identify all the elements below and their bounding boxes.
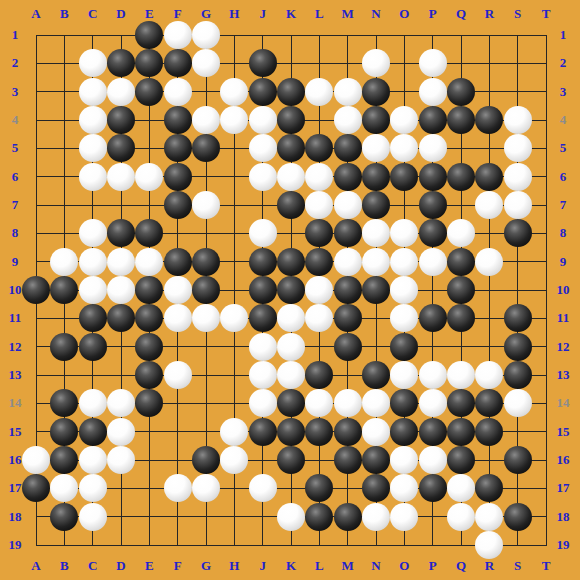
stone-white-P2 (419, 49, 447, 77)
stone-black-S18 (504, 503, 532, 531)
stone-white-D9 (107, 248, 135, 276)
coordinate-label-bottom-K: K (286, 559, 296, 573)
coordinate-label-left-4: 4 (12, 113, 19, 127)
stone-white-L6 (305, 163, 333, 191)
coordinate-label-bottom-G: G (201, 559, 211, 573)
stone-black-R17 (475, 474, 503, 502)
coordinate-label-right-16: 16 (557, 453, 570, 467)
coordinate-label-bottom-L: L (315, 559, 324, 573)
stone-white-A16 (22, 446, 50, 474)
stone-white-N5 (362, 134, 390, 162)
stone-black-E1 (135, 21, 163, 49)
stone-black-G16 (192, 446, 220, 474)
stone-white-C5 (79, 134, 107, 162)
stone-black-R6 (475, 163, 503, 191)
stone-black-A17 (22, 474, 50, 502)
stone-black-J15 (249, 418, 277, 446)
stone-white-G4 (192, 106, 220, 134)
stone-white-J8 (249, 219, 277, 247)
stone-white-N8 (362, 219, 390, 247)
stone-black-L8 (305, 219, 333, 247)
stone-white-P9 (419, 248, 447, 276)
stone-black-E3 (135, 78, 163, 106)
stone-white-N18 (362, 503, 390, 531)
stone-black-B12 (50, 333, 78, 361)
stone-black-K14 (277, 389, 305, 417)
coordinate-label-top-S: S (514, 7, 521, 21)
stone-white-K11 (277, 304, 305, 332)
stone-black-B15 (50, 418, 78, 446)
stone-white-H3 (220, 78, 248, 106)
stone-black-K9 (277, 248, 305, 276)
stone-white-O18 (390, 503, 418, 531)
stone-black-M15 (334, 418, 362, 446)
coordinate-label-left-3: 3 (12, 85, 19, 99)
stone-black-P15 (419, 418, 447, 446)
stone-black-J3 (249, 78, 277, 106)
stone-black-N17 (362, 474, 390, 502)
coordinate-label-bottom-P: P (429, 559, 437, 573)
stone-black-G10 (192, 276, 220, 304)
stone-white-Q8 (447, 219, 475, 247)
coordinate-label-left-19: 19 (9, 538, 22, 552)
stone-white-D14 (107, 389, 135, 417)
stone-white-O5 (390, 134, 418, 162)
stone-white-C10 (79, 276, 107, 304)
stone-black-S16 (504, 446, 532, 474)
stone-black-M11 (334, 304, 362, 332)
stone-white-J13 (249, 361, 277, 389)
stone-white-C6 (79, 163, 107, 191)
stone-black-F5 (164, 134, 192, 162)
stone-black-G9 (192, 248, 220, 276)
coordinate-label-left-1: 1 (12, 28, 19, 42)
stone-white-K6 (277, 163, 305, 191)
stone-black-E11 (135, 304, 163, 332)
coordinate-label-right-6: 6 (560, 170, 567, 184)
stone-white-J5 (249, 134, 277, 162)
coordinate-label-bottom-T: T (542, 559, 551, 573)
stone-black-F7 (164, 191, 192, 219)
coordinate-label-right-14: 14 (557, 396, 570, 410)
stone-black-L18 (305, 503, 333, 531)
stone-white-N14 (362, 389, 390, 417)
stone-black-B16 (50, 446, 78, 474)
coordinate-label-bottom-A: A (31, 559, 40, 573)
stone-black-L17 (305, 474, 333, 502)
stone-black-F6 (164, 163, 192, 191)
coordinate-label-left-10: 10 (9, 283, 22, 297)
go-game-screen: AABBCCDDEEFFGGHHJJKKLLMMNNOOPPQQRRSSTT11… (0, 0, 580, 580)
stone-white-R19 (475, 531, 503, 559)
stone-black-P4 (419, 106, 447, 134)
stone-white-G2 (192, 49, 220, 77)
stone-black-D11 (107, 304, 135, 332)
stone-white-F11 (164, 304, 192, 332)
coordinate-label-top-K: K (286, 7, 296, 21)
stone-white-D10 (107, 276, 135, 304)
coordinate-label-right-15: 15 (557, 425, 570, 439)
stone-white-O11 (390, 304, 418, 332)
coordinate-label-top-M: M (342, 7, 354, 21)
stone-black-M18 (334, 503, 362, 531)
stone-white-J4 (249, 106, 277, 134)
stone-black-E2 (135, 49, 163, 77)
stone-white-C8 (79, 219, 107, 247)
coordinate-label-right-9: 9 (560, 255, 567, 269)
coordinate-label-top-T: T (542, 7, 551, 21)
stone-black-P6 (419, 163, 447, 191)
coordinate-label-left-18: 18 (9, 510, 22, 524)
coordinate-label-top-L: L (315, 7, 324, 21)
stone-white-C3 (79, 78, 107, 106)
stone-white-H11 (220, 304, 248, 332)
stone-white-J14 (249, 389, 277, 417)
stone-white-O17 (390, 474, 418, 502)
stone-black-S12 (504, 333, 532, 361)
stone-white-M14 (334, 389, 362, 417)
stone-white-H4 (220, 106, 248, 134)
stone-white-K18 (277, 503, 305, 531)
stone-black-K10 (277, 276, 305, 304)
stone-white-C9 (79, 248, 107, 276)
stone-white-R13 (475, 361, 503, 389)
stone-white-P5 (419, 134, 447, 162)
stone-black-O6 (390, 163, 418, 191)
stone-white-H15 (220, 418, 248, 446)
stone-white-O13 (390, 361, 418, 389)
stone-black-M6 (334, 163, 362, 191)
coordinate-label-right-5: 5 (560, 141, 567, 155)
stone-white-J6 (249, 163, 277, 191)
coordinate-label-top-J: J (259, 7, 266, 21)
stone-black-R14 (475, 389, 503, 417)
coordinate-label-right-11: 11 (557, 311, 569, 325)
coordinate-label-right-2: 2 (560, 56, 567, 70)
stone-black-Q11 (447, 304, 475, 332)
stone-white-N15 (362, 418, 390, 446)
grid-line-horizontal-1 (36, 35, 547, 36)
stone-white-S7 (504, 191, 532, 219)
stone-white-C4 (79, 106, 107, 134)
coordinate-label-bottom-D: D (116, 559, 125, 573)
coordinate-label-bottom-H: H (229, 559, 239, 573)
grid-line-vertical-T (546, 35, 547, 546)
stone-black-K16 (277, 446, 305, 474)
stone-white-R7 (475, 191, 503, 219)
stone-black-S8 (504, 219, 532, 247)
stone-white-F3 (164, 78, 192, 106)
stone-black-Q4 (447, 106, 475, 134)
stone-black-N6 (362, 163, 390, 191)
coordinate-label-left-11: 11 (9, 311, 21, 325)
stone-white-D6 (107, 163, 135, 191)
stone-black-P17 (419, 474, 447, 502)
stone-white-Q17 (447, 474, 475, 502)
stone-white-F1 (164, 21, 192, 49)
stone-black-S13 (504, 361, 532, 389)
go-board[interactable]: AABBCCDDEEFFGGHHJJKKLLMMNNOOPPQQRRSSTT11… (0, 0, 580, 580)
stone-black-L15 (305, 418, 333, 446)
stone-black-N7 (362, 191, 390, 219)
stone-white-F10 (164, 276, 192, 304)
coordinate-label-top-H: H (229, 7, 239, 21)
stone-white-D3 (107, 78, 135, 106)
stone-black-E8 (135, 219, 163, 247)
stone-black-J9 (249, 248, 277, 276)
coordinate-label-right-13: 13 (557, 368, 570, 382)
stone-black-B18 (50, 503, 78, 531)
stone-white-R18 (475, 503, 503, 531)
stone-black-Q10 (447, 276, 475, 304)
stone-white-L14 (305, 389, 333, 417)
stone-black-L13 (305, 361, 333, 389)
stone-white-C16 (79, 446, 107, 474)
coordinate-label-left-13: 13 (9, 368, 22, 382)
stone-black-F4 (164, 106, 192, 134)
stone-white-M7 (334, 191, 362, 219)
coordinate-label-top-Q: Q (456, 7, 466, 21)
stone-black-K7 (277, 191, 305, 219)
stone-white-Q13 (447, 361, 475, 389)
coordinate-label-left-14: 14 (9, 396, 22, 410)
stone-white-L11 (305, 304, 333, 332)
stone-white-E6 (135, 163, 163, 191)
stone-white-L7 (305, 191, 333, 219)
stone-white-S14 (504, 389, 532, 417)
coordinate-label-bottom-O: O (399, 559, 409, 573)
stone-white-E9 (135, 248, 163, 276)
stone-white-S6 (504, 163, 532, 191)
stone-white-P13 (419, 361, 447, 389)
stone-white-K12 (277, 333, 305, 361)
stone-black-M10 (334, 276, 362, 304)
stone-black-E13 (135, 361, 163, 389)
stone-black-O12 (390, 333, 418, 361)
coordinate-label-left-9: 9 (12, 255, 19, 269)
coordinate-label-top-A: A (31, 7, 40, 21)
coordinate-label-right-3: 3 (560, 85, 567, 99)
stone-white-O16 (390, 446, 418, 474)
stone-black-L5 (305, 134, 333, 162)
stone-white-G11 (192, 304, 220, 332)
coordinate-label-left-2: 2 (12, 56, 19, 70)
coordinate-label-left-7: 7 (12, 198, 19, 212)
coordinate-label-right-1: 1 (560, 28, 567, 42)
coordinate-label-left-6: 6 (12, 170, 19, 184)
stone-black-D5 (107, 134, 135, 162)
stone-black-M12 (334, 333, 362, 361)
stone-white-G17 (192, 474, 220, 502)
coordinate-label-left-8: 8 (12, 226, 19, 240)
stone-white-O10 (390, 276, 418, 304)
stone-white-Q18 (447, 503, 475, 531)
stone-black-O15 (390, 418, 418, 446)
coordinate-label-left-5: 5 (12, 141, 19, 155)
coordinate-label-top-C: C (88, 7, 97, 21)
coordinate-label-top-G: G (201, 7, 211, 21)
coordinate-label-right-12: 12 (557, 340, 570, 354)
coordinate-label-top-O: O (399, 7, 409, 21)
coordinate-label-bottom-F: F (174, 559, 182, 573)
stone-white-N2 (362, 49, 390, 77)
stone-white-H16 (220, 446, 248, 474)
stone-white-S5 (504, 134, 532, 162)
stone-black-N10 (362, 276, 390, 304)
stone-black-Q3 (447, 78, 475, 106)
coordinate-label-left-12: 12 (9, 340, 22, 354)
stone-white-G1 (192, 21, 220, 49)
stone-white-O8 (390, 219, 418, 247)
stone-black-P11 (419, 304, 447, 332)
stone-black-S11 (504, 304, 532, 332)
coordinate-label-bottom-C: C (88, 559, 97, 573)
stone-white-K13 (277, 361, 305, 389)
stone-white-P14 (419, 389, 447, 417)
stone-black-R15 (475, 418, 503, 446)
coordinate-label-top-R: R (485, 7, 494, 21)
stone-black-N16 (362, 446, 390, 474)
stone-black-N4 (362, 106, 390, 134)
stone-white-M9 (334, 248, 362, 276)
stone-black-N3 (362, 78, 390, 106)
stone-black-F9 (164, 248, 192, 276)
coordinate-label-left-17: 17 (9, 481, 22, 495)
coordinate-label-bottom-R: R (485, 559, 494, 573)
stone-white-J17 (249, 474, 277, 502)
stone-black-P7 (419, 191, 447, 219)
stone-white-N9 (362, 248, 390, 276)
coordinate-label-bottom-Q: Q (456, 559, 466, 573)
coordinate-label-right-18: 18 (557, 510, 570, 524)
coordinate-label-bottom-E: E (145, 559, 154, 573)
stone-white-O4 (390, 106, 418, 134)
stone-black-E10 (135, 276, 163, 304)
stone-black-E14 (135, 389, 163, 417)
stone-black-J11 (249, 304, 277, 332)
stone-white-C2 (79, 49, 107, 77)
coordinate-label-left-15: 15 (9, 425, 22, 439)
stone-black-Q14 (447, 389, 475, 417)
stone-white-L10 (305, 276, 333, 304)
stone-black-D2 (107, 49, 135, 77)
stone-black-K5 (277, 134, 305, 162)
stone-white-S4 (504, 106, 532, 134)
stone-white-L3 (305, 78, 333, 106)
stone-white-C17 (79, 474, 107, 502)
coordinate-label-top-N: N (371, 7, 380, 21)
coordinate-label-top-E: E (145, 7, 154, 21)
stone-black-J2 (249, 49, 277, 77)
stone-black-B14 (50, 389, 78, 417)
stone-black-R4 (475, 106, 503, 134)
stone-white-C14 (79, 389, 107, 417)
coordinate-label-bottom-M: M (342, 559, 354, 573)
coordinate-label-left-16: 16 (9, 453, 22, 467)
coordinate-label-right-19: 19 (557, 538, 570, 552)
stone-white-P16 (419, 446, 447, 474)
coordinate-label-right-8: 8 (560, 226, 567, 240)
stone-white-O9 (390, 248, 418, 276)
stone-black-B10 (50, 276, 78, 304)
stone-black-A10 (22, 276, 50, 304)
stone-white-F13 (164, 361, 192, 389)
stone-black-L9 (305, 248, 333, 276)
stone-black-M8 (334, 219, 362, 247)
stone-black-D4 (107, 106, 135, 134)
stone-black-Q16 (447, 446, 475, 474)
stone-white-P3 (419, 78, 447, 106)
coordinate-label-bottom-J: J (259, 559, 266, 573)
stone-black-E12 (135, 333, 163, 361)
stone-black-O14 (390, 389, 418, 417)
coordinate-label-right-7: 7 (560, 198, 567, 212)
stone-white-G7 (192, 191, 220, 219)
coordinate-label-right-17: 17 (557, 481, 570, 495)
stone-white-D15 (107, 418, 135, 446)
stone-black-Q6 (447, 163, 475, 191)
stone-black-Q9 (447, 248, 475, 276)
stone-black-Q15 (447, 418, 475, 446)
stone-white-D16 (107, 446, 135, 474)
coordinate-label-bottom-N: N (371, 559, 380, 573)
coordinate-label-top-D: D (116, 7, 125, 21)
stone-white-B17 (50, 474, 78, 502)
stone-black-C11 (79, 304, 107, 332)
coordinate-label-top-F: F (174, 7, 182, 21)
stone-black-N13 (362, 361, 390, 389)
stone-black-G5 (192, 134, 220, 162)
coordinate-label-bottom-S: S (514, 559, 521, 573)
stone-black-P8 (419, 219, 447, 247)
stone-black-F2 (164, 49, 192, 77)
stone-black-K15 (277, 418, 305, 446)
stone-black-M16 (334, 446, 362, 474)
stone-black-D8 (107, 219, 135, 247)
stone-black-J10 (249, 276, 277, 304)
stone-white-M3 (334, 78, 362, 106)
grid-line-horizontal-19 (36, 545, 547, 546)
stone-white-B9 (50, 248, 78, 276)
stone-black-C15 (79, 418, 107, 446)
coordinate-label-top-P: P (429, 7, 437, 21)
coordinate-label-right-4: 4 (560, 113, 567, 127)
stone-white-R9 (475, 248, 503, 276)
coordinate-label-top-B: B (60, 7, 69, 21)
coordinate-label-right-10: 10 (557, 283, 570, 297)
stone-black-M5 (334, 134, 362, 162)
stone-white-C18 (79, 503, 107, 531)
stone-white-M4 (334, 106, 362, 134)
stone-white-F17 (164, 474, 192, 502)
coordinate-label-bottom-B: B (60, 559, 69, 573)
stone-black-C12 (79, 333, 107, 361)
stone-white-J12 (249, 333, 277, 361)
stone-black-K3 (277, 78, 305, 106)
stone-black-K4 (277, 106, 305, 134)
